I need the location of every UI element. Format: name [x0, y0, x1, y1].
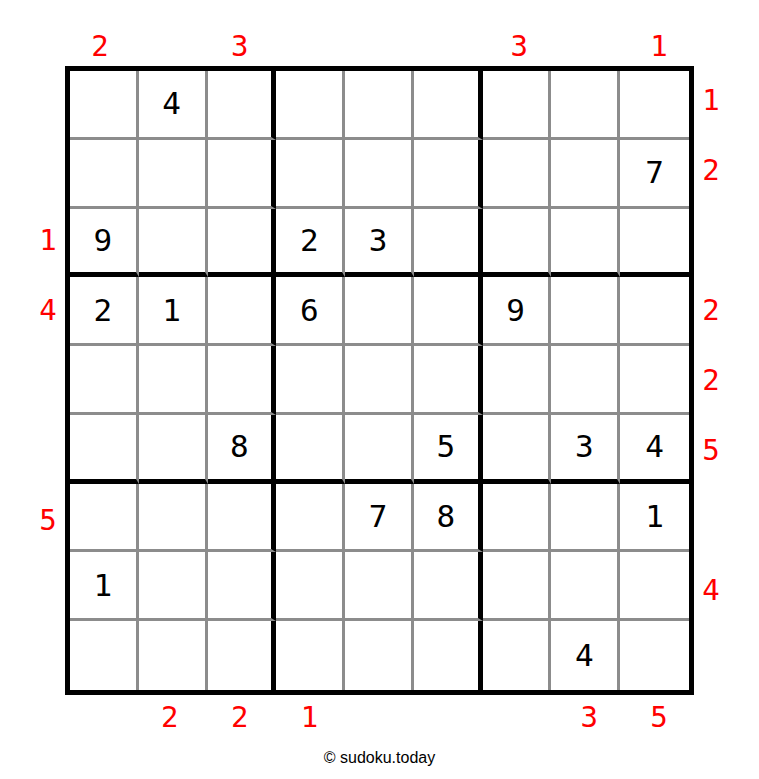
cell-r8c9[interactable]	[620, 552, 689, 621]
clue-right-5: 2	[697, 346, 725, 416]
clue-top-1: 2	[65, 28, 135, 64]
clue-top-9: 1	[624, 28, 694, 64]
cell-r7c2[interactable]	[139, 484, 208, 553]
clue-right-9	[697, 625, 725, 695]
clue-right-3	[697, 206, 725, 276]
right-clues: 122254	[697, 66, 725, 695]
cell-r5c1[interactable]	[70, 346, 139, 415]
cell-r5c2[interactable]	[139, 346, 208, 415]
clue-bottom-9: 5	[624, 699, 694, 735]
cell-r4c8[interactable]	[551, 277, 620, 346]
clue-bottom-5	[345, 699, 415, 735]
clue-top-7: 3	[484, 28, 554, 64]
cell-r9c1[interactable]	[70, 621, 139, 690]
cell-r5c3[interactable]	[208, 346, 277, 415]
clue-bottom-2: 2	[135, 699, 205, 735]
left-clues: 145	[34, 66, 62, 695]
cell-r6c3[interactable]: 8	[208, 415, 277, 484]
clue-top-8	[554, 28, 624, 64]
cell-r6c2[interactable]	[139, 415, 208, 484]
clue-left-5	[34, 346, 62, 416]
clue-bottom-7	[484, 699, 554, 735]
cell-r7c1[interactable]	[70, 484, 139, 553]
clue-bottom-3: 2	[205, 699, 275, 735]
cell-r1c2[interactable]: 4	[139, 71, 208, 140]
sudoku-board: 479232169853478114	[65, 66, 694, 695]
cell-r1c8[interactable]	[551, 71, 620, 140]
cell-r9c8[interactable]: 4	[551, 621, 620, 690]
cell-r6c7[interactable]	[483, 415, 552, 484]
cell-r1c7[interactable]	[483, 71, 552, 140]
clue-right-8: 4	[697, 555, 725, 625]
copyright-text: © sudoku.today	[0, 749, 759, 767]
cell-r9c2[interactable]	[139, 621, 208, 690]
cell-r2c2[interactable]	[139, 140, 208, 209]
cell-r1c4[interactable]	[276, 71, 345, 140]
cell-r6c6[interactable]: 5	[414, 415, 483, 484]
cell-r7c8[interactable]	[551, 484, 620, 553]
clue-bottom-4: 1	[275, 699, 345, 735]
cell-r8c7[interactable]	[483, 552, 552, 621]
cell-r1c3[interactable]	[208, 71, 277, 140]
cell-r3c4[interactable]: 2	[276, 209, 345, 278]
cell-r8c6[interactable]	[414, 552, 483, 621]
clue-right-4: 2	[697, 276, 725, 346]
clue-bottom-1	[65, 699, 135, 735]
cell-r3c8[interactable]	[551, 209, 620, 278]
clue-top-3: 3	[205, 28, 275, 64]
cell-r7c5[interactable]: 7	[345, 484, 414, 553]
cell-r4c4[interactable]: 6	[276, 277, 345, 346]
clue-right-2: 2	[697, 136, 725, 206]
cell-r5c8[interactable]	[551, 346, 620, 415]
cell-r3c6[interactable]	[414, 209, 483, 278]
cell-r7c9[interactable]: 1	[620, 484, 689, 553]
cell-r9c4[interactable]	[276, 621, 345, 690]
cell-r2c7[interactable]	[483, 140, 552, 209]
clue-right-6: 5	[697, 415, 725, 485]
clue-left-6	[34, 415, 62, 485]
cell-r2c9[interactable]: 7	[620, 140, 689, 209]
cell-r4c7[interactable]: 9	[483, 277, 552, 346]
cell-r3c5[interactable]: 3	[345, 209, 414, 278]
cell-r2c3[interactable]	[208, 140, 277, 209]
clue-left-2	[34, 136, 62, 206]
cell-r8c3[interactable]	[208, 552, 277, 621]
cell-r5c4[interactable]	[276, 346, 345, 415]
cell-r4c2[interactable]: 1	[139, 277, 208, 346]
clue-top-6	[414, 28, 484, 64]
cell-r4c6[interactable]	[414, 277, 483, 346]
clue-right-1: 1	[697, 66, 725, 136]
clue-left-1	[34, 66, 62, 136]
cell-r3c7[interactable]	[483, 209, 552, 278]
cell-r5c6[interactable]	[414, 346, 483, 415]
cell-r7c6[interactable]: 8	[414, 484, 483, 553]
bottom-clues: 22135	[65, 699, 694, 735]
cell-r3c1[interactable]: 9	[70, 209, 139, 278]
cell-r8c5[interactable]	[345, 552, 414, 621]
clue-left-9	[34, 625, 62, 695]
cell-r9c5[interactable]	[345, 621, 414, 690]
cell-r3c9[interactable]	[620, 209, 689, 278]
cell-r2c6[interactable]	[414, 140, 483, 209]
cell-r2c1[interactable]	[70, 140, 139, 209]
cell-r7c3[interactable]	[208, 484, 277, 553]
clue-top-2	[135, 28, 205, 64]
cell-r9c3[interactable]	[208, 621, 277, 690]
cell-r7c7[interactable]	[483, 484, 552, 553]
clue-bottom-8: 3	[554, 699, 624, 735]
cell-r8c2[interactable]	[139, 552, 208, 621]
cell-r5c7[interactable]	[483, 346, 552, 415]
cell-r1c5[interactable]	[345, 71, 414, 140]
sudoku-page: 2331 22135 145 122254 479232169853478114…	[0, 0, 759, 779]
cell-r9c6[interactable]	[414, 621, 483, 690]
cell-r3c2[interactable]	[139, 209, 208, 278]
cell-r8c1[interactable]: 1	[70, 552, 139, 621]
clue-left-4: 4	[34, 276, 62, 346]
clue-top-4	[275, 28, 345, 64]
cell-r6c8[interactable]: 3	[551, 415, 620, 484]
cell-r8c4[interactable]	[276, 552, 345, 621]
cell-r5c9[interactable]	[620, 346, 689, 415]
cell-r7c4[interactable]	[276, 484, 345, 553]
clue-right-7	[697, 485, 725, 555]
cell-r1c1[interactable]	[70, 71, 139, 140]
cell-r1c9[interactable]	[620, 71, 689, 140]
clue-top-5	[345, 28, 415, 64]
cell-r8c8[interactable]	[551, 552, 620, 621]
cell-r4c3[interactable]	[208, 277, 277, 346]
cell-r6c5[interactable]	[345, 415, 414, 484]
cell-r1c6[interactable]	[414, 71, 483, 140]
clue-left-3: 1	[34, 206, 62, 276]
cell-r4c5[interactable]	[345, 277, 414, 346]
cell-r4c1[interactable]: 2	[70, 277, 139, 346]
cell-r3c3[interactable]	[208, 209, 277, 278]
cell-r2c4[interactable]	[276, 140, 345, 209]
cell-r9c7[interactable]	[483, 621, 552, 690]
cell-r2c8[interactable]	[551, 140, 620, 209]
cell-r2c5[interactable]	[345, 140, 414, 209]
top-clues: 2331	[65, 28, 694, 64]
cell-r6c1[interactable]	[70, 415, 139, 484]
clue-left-7: 5	[34, 485, 62, 555]
cell-r9c9[interactable]	[620, 621, 689, 690]
cell-r4c9[interactable]	[620, 277, 689, 346]
clue-left-8	[34, 555, 62, 625]
cell-r6c9[interactable]: 4	[620, 415, 689, 484]
clue-bottom-6	[414, 699, 484, 735]
cell-r6c4[interactable]	[276, 415, 345, 484]
cell-r5c5[interactable]	[345, 346, 414, 415]
